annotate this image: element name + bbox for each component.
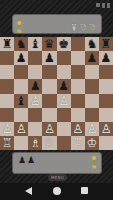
white-hint-lightbulb-icon[interactable] <box>91 156 97 164</box>
square-a2[interactable]: ♙ <box>0 122 14 136</box>
piece-white-p: ♙ <box>72 123 83 135</box>
piece-white-r: ♖ <box>2 137 13 149</box>
square-h1[interactable] <box>99 136 113 150</box>
square-e1[interactable] <box>57 136 71 150</box>
square-e7[interactable] <box>57 51 71 65</box>
piece-white-p: ♙ <box>58 95 69 107</box>
piece-black-p: ♟ <box>86 52 97 64</box>
square-d6[interactable] <box>42 65 56 79</box>
square-h4[interactable] <box>99 94 113 108</box>
square-f5[interactable] <box>71 79 85 93</box>
square-b3[interactable] <box>14 108 28 122</box>
square-h6[interactable] <box>99 65 113 79</box>
square-g7[interactable]: ♟ <box>85 51 99 65</box>
square-g4[interactable] <box>85 94 99 108</box>
square-a7[interactable] <box>0 51 14 65</box>
square-a6[interactable] <box>0 65 14 79</box>
white-player-tray: ♟♟ ⚑ <box>12 152 102 174</box>
square-d4[interactable] <box>42 94 56 108</box>
captured-piece-b: ♗ <box>70 22 78 31</box>
menu-button-label: MENU <box>51 175 64 180</box>
piece-black-p: ♟ <box>16 52 27 64</box>
square-c8[interactable]: ♝ <box>28 37 42 51</box>
square-h8[interactable]: ♜ <box>99 37 113 51</box>
square-b4[interactable]: ♝ <box>14 94 28 108</box>
square-a3[interactable] <box>0 108 14 122</box>
status-wifi-icon <box>96 3 100 7</box>
piece-white-p: ♙ <box>86 123 97 135</box>
square-c3[interactable] <box>28 108 42 122</box>
captured-white-pieces: ♘♘♗ <box>70 22 96 31</box>
square-g8[interactable]: ♞ <box>85 37 99 51</box>
piece-black-b: ♝ <box>16 95 27 107</box>
android-nav-bar <box>0 183 113 200</box>
piece-white-r: ♖ <box>72 137 83 149</box>
square-a4[interactable] <box>0 94 14 108</box>
square-c2[interactable] <box>28 122 42 136</box>
piece-black-n: ♞ <box>86 38 97 50</box>
piece-black-p: ♟ <box>101 52 112 64</box>
square-e6[interactable] <box>57 65 71 79</box>
square-h5[interactable] <box>99 79 113 93</box>
piece-black-b: ♝ <box>30 38 41 50</box>
square-e5[interactable]: ♟ <box>57 79 71 93</box>
piece-black-p: ♟ <box>44 52 55 64</box>
square-f7[interactable] <box>71 51 85 65</box>
piece-black-n: ♞ <box>16 38 27 50</box>
square-c6[interactable] <box>28 65 42 79</box>
piece-white-q: ♕ <box>44 137 55 149</box>
square-d5[interactable] <box>42 79 56 93</box>
square-h2[interactable]: ♙ <box>99 122 113 136</box>
square-b1[interactable] <box>14 136 28 150</box>
chess-board: ♜♞♝♛♚♞♜♟♟♟♟♟♟♝♙♙♙♙♙♙♙♙♖♗♕♖♔ <box>0 37 113 150</box>
square-h7[interactable]: ♟ <box>99 51 113 65</box>
square-d2[interactable]: ♙ <box>42 122 56 136</box>
captured-piece-n: ♘ <box>88 22 96 31</box>
square-a1[interactable]: ♖ <box>0 136 14 150</box>
black-hint-lightbulb-icon[interactable] <box>16 17 22 25</box>
white-resign-flag-icon[interactable]: ⚑ <box>91 165 97 172</box>
status-signal-icon <box>102 3 105 8</box>
piece-black-r: ♜ <box>101 38 112 50</box>
square-c1[interactable]: ♗ <box>28 136 42 150</box>
nav-back-button[interactable] <box>25 187 32 195</box>
square-b2[interactable]: ♙ <box>14 122 28 136</box>
square-g2[interactable]: ♙ <box>85 122 99 136</box>
square-e3[interactable] <box>57 108 71 122</box>
status-battery-icon <box>107 3 110 8</box>
square-c4[interactable]: ♙ <box>28 94 42 108</box>
nav-recents-button[interactable] <box>81 187 88 194</box>
square-f4[interactable] <box>71 94 85 108</box>
captured-piece-p: ♟ <box>18 156 26 165</box>
square-f6[interactable] <box>71 65 85 79</box>
square-c5[interactable]: ♟ <box>28 79 42 93</box>
piece-black-p: ♟ <box>30 80 41 92</box>
app-screen: ⚑ ♘♘♗ ♜♞♝♛♚♞♜♟♟♟♟♟♟♝♙♙♙♙♙♙♙♙♖♗♕♖♔ ♟♟ ⚑ M… <box>0 0 113 200</box>
square-b6[interactable] <box>14 65 28 79</box>
square-f1[interactable]: ♖ <box>71 136 85 150</box>
square-c7[interactable] <box>28 51 42 65</box>
piece-black-r: ♜ <box>2 38 13 50</box>
square-a5[interactable] <box>0 79 14 93</box>
square-d7[interactable]: ♟ <box>42 51 56 65</box>
square-f2[interactable]: ♙ <box>71 122 85 136</box>
piece-white-k: ♔ <box>86 137 97 149</box>
square-b7[interactable]: ♟ <box>14 51 28 65</box>
square-a8[interactable]: ♜ <box>0 37 14 51</box>
square-f8[interactable] <box>71 37 85 51</box>
piece-white-p: ♙ <box>2 123 13 135</box>
square-g6[interactable] <box>85 65 99 79</box>
piece-white-p: ♙ <box>16 123 27 135</box>
square-h3[interactable] <box>99 108 113 122</box>
square-b8[interactable]: ♞ <box>14 37 28 51</box>
square-g1[interactable]: ♔ <box>85 136 99 150</box>
piece-black-p: ♟ <box>58 80 69 92</box>
square-g3[interactable] <box>85 108 99 122</box>
captured-piece-p: ♟ <box>27 156 35 165</box>
piece-white-p: ♙ <box>44 123 55 135</box>
square-d3[interactable] <box>42 108 56 122</box>
black-player-tray: ⚑ ♘♘♗ <box>12 14 102 34</box>
square-e8[interactable]: ♚ <box>57 37 71 51</box>
square-d1[interactable]: ♕ <box>42 136 56 150</box>
black-resign-flag-icon[interactable]: ⚑ <box>16 26 22 33</box>
captured-black-pieces: ♟♟ <box>18 156 35 165</box>
square-f3[interactable] <box>71 108 85 122</box>
piece-white-p: ♙ <box>101 123 112 135</box>
piece-white-p: ♙ <box>30 95 41 107</box>
square-e2[interactable] <box>57 122 71 136</box>
piece-black-q: ♛ <box>44 38 55 50</box>
nav-home-button[interactable] <box>53 187 61 195</box>
square-b5[interactable] <box>14 79 28 93</box>
square-d8[interactable]: ♛ <box>42 37 56 51</box>
menu-button[interactable]: MENU <box>48 174 67 181</box>
piece-white-b: ♗ <box>30 137 41 149</box>
square-g5[interactable] <box>85 79 99 93</box>
captured-piece-n: ♘ <box>79 22 87 31</box>
square-e4[interactable]: ♙ <box>57 94 71 108</box>
piece-black-k: ♚ <box>58 38 69 50</box>
